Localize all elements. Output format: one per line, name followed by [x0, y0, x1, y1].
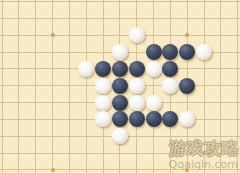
watermark-title: 游戏攻略	[169, 139, 240, 158]
black-stone	[112, 78, 128, 94]
board-cell[interactable]	[27, 162, 44, 173]
board-cell[interactable]	[128, 27, 145, 44]
white-stone	[112, 128, 128, 144]
board-cell[interactable]	[111, 77, 128, 94]
board-cell[interactable]	[61, 94, 78, 111]
board-cell[interactable]	[162, 111, 179, 128]
board-cell[interactable]	[229, 94, 240, 111]
board-cell[interactable]	[61, 60, 78, 77]
board-cell[interactable]	[95, 162, 112, 173]
board-cell[interactable]	[145, 77, 162, 94]
black-stone	[129, 61, 145, 77]
board-cell[interactable]	[179, 10, 196, 27]
board-cell[interactable]	[61, 77, 78, 94]
board-cell[interactable]	[27, 111, 44, 128]
board-cell[interactable]	[229, 77, 240, 94]
board-cell[interactable]	[0, 44, 10, 61]
board-cell[interactable]	[162, 60, 179, 77]
board-cell[interactable]	[78, 111, 95, 128]
board-cell[interactable]	[95, 111, 112, 128]
board-cell[interactable]	[145, 162, 162, 173]
board-cell[interactable]	[213, 44, 230, 61]
watermark-site: Qqaiqin.com	[169, 158, 240, 173]
board-cell[interactable]	[44, 60, 61, 77]
board-cell[interactable]	[145, 60, 162, 77]
board-cell[interactable]	[61, 0, 78, 10]
board-cell[interactable]	[162, 0, 179, 10]
board-cell[interactable]	[179, 77, 196, 94]
board-cell[interactable]	[179, 94, 196, 111]
white-stone	[146, 61, 162, 77]
board-cell[interactable]	[179, 27, 196, 44]
board-cell[interactable]	[196, 10, 213, 27]
board-cell[interactable]	[128, 145, 145, 162]
board-cell[interactable]	[0, 94, 10, 111]
board-cell[interactable]	[162, 27, 179, 44]
board-cell[interactable]	[78, 128, 95, 145]
board-cell[interactable]	[61, 10, 78, 27]
board-cell[interactable]	[0, 77, 10, 94]
board-cell[interactable]	[0, 60, 10, 77]
board-cell[interactable]	[111, 44, 128, 61]
board-cell[interactable]	[44, 44, 61, 61]
board-cell[interactable]	[0, 162, 10, 173]
board-cell[interactable]	[145, 0, 162, 10]
star-point	[185, 33, 189, 37]
black-stone	[112, 95, 128, 111]
black-stone	[162, 111, 178, 127]
board-cell[interactable]	[61, 27, 78, 44]
board-cell[interactable]	[213, 60, 230, 77]
white-stone	[78, 61, 94, 77]
board-cell[interactable]	[128, 44, 145, 61]
board-cell[interactable]	[111, 60, 128, 77]
board-cell[interactable]	[145, 10, 162, 27]
board-cell[interactable]	[145, 27, 162, 44]
board-cell[interactable]	[162, 44, 179, 61]
board-cell[interactable]	[111, 10, 128, 27]
board-cell[interactable]	[78, 77, 95, 94]
board-cell[interactable]	[61, 162, 78, 173]
board-cell[interactable]	[44, 145, 61, 162]
black-stone	[95, 61, 111, 77]
board-cell[interactable]	[27, 128, 44, 145]
board-cell[interactable]	[10, 128, 27, 145]
star-point	[51, 33, 55, 37]
board-cell[interactable]	[95, 77, 112, 94]
board-cell[interactable]	[128, 77, 145, 94]
black-stone	[146, 44, 162, 60]
board-cell[interactable]	[213, 94, 230, 111]
board-cell[interactable]	[213, 10, 230, 27]
black-stone	[179, 44, 195, 60]
board-cell[interactable]	[78, 0, 95, 10]
board-cell[interactable]	[145, 145, 162, 162]
star-point	[51, 168, 55, 172]
white-stone	[95, 78, 111, 94]
board-cell[interactable]	[179, 44, 196, 61]
board-cell[interactable]	[128, 94, 145, 111]
board-cell[interactable]	[179, 60, 196, 77]
board-cell[interactable]	[0, 145, 10, 162]
board-cell[interactable]	[196, 60, 213, 77]
board-cell[interactable]	[27, 77, 44, 94]
board-cell[interactable]	[27, 44, 44, 61]
white-stone	[95, 111, 111, 127]
board-cell[interactable]	[196, 77, 213, 94]
board-cell[interactable]	[145, 94, 162, 111]
board-cell[interactable]	[27, 94, 44, 111]
board-cell[interactable]	[27, 0, 44, 10]
board-cell[interactable]	[229, 10, 240, 27]
board-cell[interactable]	[128, 60, 145, 77]
board-cell[interactable]	[95, 60, 112, 77]
board-cell[interactable]	[0, 0, 10, 10]
black-stone	[162, 44, 178, 60]
board-cell[interactable]	[44, 128, 61, 145]
board-cell[interactable]	[196, 111, 213, 128]
black-stone	[179, 78, 195, 94]
black-stone	[162, 61, 178, 77]
white-stone	[112, 44, 128, 60]
board-cell[interactable]	[162, 94, 179, 111]
board-cell[interactable]	[111, 145, 128, 162]
black-stone	[112, 111, 128, 127]
board-cell[interactable]	[78, 145, 95, 162]
board-cell[interactable]	[111, 94, 128, 111]
board-cell[interactable]	[61, 128, 78, 145]
black-stone	[146, 111, 162, 127]
board-cell[interactable]	[196, 44, 213, 61]
white-stone	[146, 95, 162, 111]
board-cell[interactable]	[44, 162, 61, 173]
board-cell[interactable]	[229, 27, 240, 44]
white-stone	[95, 95, 111, 111]
board-cell[interactable]	[128, 162, 145, 173]
board-cell[interactable]	[10, 77, 27, 94]
board-cell[interactable]	[95, 128, 112, 145]
board-cell[interactable]	[44, 111, 61, 128]
board-cell[interactable]	[44, 94, 61, 111]
gomoku-screenshot: 游戏攻略 Qqaiqin.com	[0, 0, 240, 173]
board-cell[interactable]	[145, 44, 162, 61]
board-cell[interactable]	[61, 145, 78, 162]
white-stone	[129, 78, 145, 94]
board-cell[interactable]	[0, 128, 10, 145]
board-cell[interactable]	[44, 77, 61, 94]
board-cell[interactable]	[229, 111, 240, 128]
board-cell[interactable]	[111, 0, 128, 10]
board-cell[interactable]	[128, 111, 145, 128]
board-cell[interactable]	[95, 0, 112, 10]
board-cell[interactable]	[111, 27, 128, 44]
board-cell[interactable]	[95, 145, 112, 162]
board-cell[interactable]	[213, 77, 230, 94]
white-stone	[162, 78, 178, 94]
board-cell[interactable]	[78, 60, 95, 77]
board-cell[interactable]	[111, 162, 128, 173]
board-cell[interactable]	[10, 145, 27, 162]
board-cell[interactable]	[179, 111, 196, 128]
board-cell[interactable]	[10, 44, 27, 61]
board-cell[interactable]	[10, 60, 27, 77]
board-cell[interactable]	[95, 94, 112, 111]
board-cell[interactable]	[162, 77, 179, 94]
watermark: 游戏攻略 Qqaiqin.com	[169, 139, 240, 173]
board-cell[interactable]	[78, 162, 95, 173]
board-cell[interactable]	[10, 10, 27, 27]
board-cell[interactable]	[196, 27, 213, 44]
board-cell[interactable]	[128, 128, 145, 145]
white-stone	[179, 111, 195, 127]
board-cell[interactable]	[111, 128, 128, 145]
board-cell[interactable]	[179, 0, 196, 10]
board-cell[interactable]	[95, 44, 112, 61]
board-cell[interactable]	[0, 27, 10, 44]
board-cell[interactable]	[145, 128, 162, 145]
board-cell[interactable]	[0, 111, 10, 128]
board-cell[interactable]	[95, 27, 112, 44]
board-cell[interactable]	[10, 0, 27, 10]
board-cell[interactable]	[61, 44, 78, 61]
board-cell[interactable]	[111, 111, 128, 128]
board-cell[interactable]	[229, 60, 240, 77]
board-cell[interactable]	[27, 27, 44, 44]
board-cell[interactable]	[0, 10, 10, 27]
board-cell[interactable]	[78, 10, 95, 27]
board-cell[interactable]	[44, 0, 61, 10]
board-cell[interactable]	[229, 44, 240, 61]
board-cell[interactable]	[213, 0, 230, 10]
white-stone	[196, 44, 212, 60]
board-cell[interactable]	[10, 27, 27, 44]
board-cell[interactable]	[27, 145, 44, 162]
board-cell[interactable]	[213, 111, 230, 128]
board-cell[interactable]	[128, 10, 145, 27]
black-stone	[129, 111, 145, 127]
board-cell[interactable]	[128, 0, 145, 10]
board-cell[interactable]	[78, 44, 95, 61]
board-cell[interactable]	[213, 27, 230, 44]
board-cell[interactable]	[61, 111, 78, 128]
board-cell[interactable]	[196, 94, 213, 111]
board-cell[interactable]	[10, 162, 27, 173]
board-cell[interactable]	[95, 10, 112, 27]
board-cell[interactable]	[27, 10, 44, 27]
board-cell[interactable]	[78, 94, 95, 111]
board-cell[interactable]	[10, 111, 27, 128]
board-cell[interactable]	[27, 60, 44, 77]
board-cell[interactable]	[145, 111, 162, 128]
board-cell[interactable]	[44, 10, 61, 27]
board-cell[interactable]	[78, 27, 95, 44]
white-stone	[129, 95, 145, 111]
board-cell[interactable]	[44, 27, 61, 44]
board-cell[interactable]	[196, 0, 213, 10]
white-stone	[129, 27, 145, 43]
black-stone	[112, 61, 128, 77]
board-cell[interactable]	[229, 0, 240, 10]
board-cell[interactable]	[10, 94, 27, 111]
board-cell[interactable]	[162, 10, 179, 27]
